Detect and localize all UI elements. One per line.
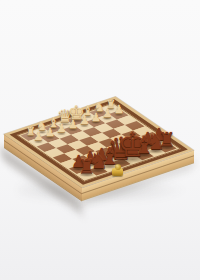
brass-clasp-icon [111, 163, 125, 177]
product-photo-stage: ♜♞♝♛♚♝♞♜♟♟♟♟♟♟♟♟♟♟♟♟♟♟♟♟♜♞♝♛♚♝♞♜ [0, 0, 200, 280]
clasp-knob [115, 164, 121, 170]
